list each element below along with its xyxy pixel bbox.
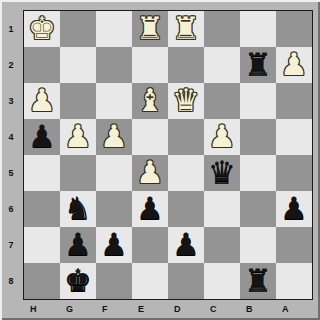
black-queen[interactable]: ♛ xyxy=(204,155,240,190)
white-rook[interactable]: ♜ xyxy=(168,11,204,46)
black-pawn[interactable]: ♟ xyxy=(96,227,132,262)
board-frame: ♚♜♜♜♟♟♝♛♟♟♟♟♟♛♞♟♟♟♟♟♚♜ 12345678 HGFEDCBA xyxy=(0,0,320,320)
square-f5[interactable] xyxy=(96,155,132,191)
square-d6[interactable] xyxy=(168,191,204,227)
square-e5[interactable]: ♟ xyxy=(132,155,168,191)
square-b6[interactable] xyxy=(240,191,276,227)
square-d3[interactable]: ♛ xyxy=(168,83,204,119)
black-pawn[interactable]: ♟ xyxy=(168,227,204,262)
rank-label-1: 1 xyxy=(2,11,20,47)
file-label-e: E xyxy=(132,302,168,316)
square-g1[interactable] xyxy=(60,11,96,47)
square-d8[interactable] xyxy=(168,263,204,299)
rank-label-6: 6 xyxy=(2,191,20,227)
square-d1[interactable]: ♜ xyxy=(168,11,204,47)
square-c5[interactable]: ♛ xyxy=(204,155,240,191)
square-d7[interactable]: ♟ xyxy=(168,227,204,263)
square-a7[interactable] xyxy=(276,227,312,263)
square-h6[interactable] xyxy=(24,191,60,227)
file-label-d: D xyxy=(168,302,204,316)
white-rook[interactable]: ♜ xyxy=(132,11,168,46)
square-g5[interactable] xyxy=(60,155,96,191)
square-e3[interactable]: ♝ xyxy=(132,83,168,119)
square-g7[interactable]: ♟ xyxy=(60,227,96,263)
square-a8[interactable] xyxy=(276,263,312,299)
file-label-g: G xyxy=(60,302,96,316)
square-f4[interactable]: ♟ xyxy=(96,119,132,155)
rank-label-3: 3 xyxy=(2,83,20,119)
rank-label-5: 5 xyxy=(2,155,20,191)
square-c8[interactable] xyxy=(204,263,240,299)
square-g6[interactable]: ♞ xyxy=(60,191,96,227)
rank-label-8: 8 xyxy=(2,263,20,299)
square-g3[interactable] xyxy=(60,83,96,119)
square-f2[interactable] xyxy=(96,47,132,83)
square-g8[interactable]: ♚ xyxy=(60,263,96,299)
black-pawn[interactable]: ♟ xyxy=(276,191,312,226)
white-bishop[interactable]: ♝ xyxy=(132,83,168,118)
square-d4[interactable] xyxy=(168,119,204,155)
white-queen[interactable]: ♛ xyxy=(168,83,204,118)
square-a2[interactable]: ♟ xyxy=(276,47,312,83)
black-pawn[interactable]: ♟ xyxy=(60,227,96,262)
black-knight[interactable]: ♞ xyxy=(60,191,96,226)
black-rook[interactable]: ♜ xyxy=(240,263,276,298)
square-e8[interactable] xyxy=(132,263,168,299)
square-a1[interactable] xyxy=(276,11,312,47)
square-e6[interactable]: ♟ xyxy=(132,191,168,227)
square-a5[interactable] xyxy=(276,155,312,191)
square-b3[interactable] xyxy=(240,83,276,119)
white-pawn[interactable]: ♟ xyxy=(132,155,168,190)
square-d5[interactable] xyxy=(168,155,204,191)
rank-label-7: 7 xyxy=(2,227,20,263)
square-h3[interactable]: ♟ xyxy=(24,83,60,119)
square-f6[interactable] xyxy=(96,191,132,227)
square-c2[interactable] xyxy=(204,47,240,83)
square-f1[interactable] xyxy=(96,11,132,47)
square-f7[interactable]: ♟ xyxy=(96,227,132,263)
file-label-a: A xyxy=(276,302,312,316)
white-pawn[interactable]: ♟ xyxy=(96,119,132,154)
square-b7[interactable] xyxy=(240,227,276,263)
square-a6[interactable]: ♟ xyxy=(276,191,312,227)
file-label-h: H xyxy=(24,302,60,316)
square-e2[interactable] xyxy=(132,47,168,83)
square-b1[interactable] xyxy=(240,11,276,47)
white-pawn[interactable]: ♟ xyxy=(204,119,240,154)
square-b8[interactable]: ♜ xyxy=(240,263,276,299)
square-h8[interactable] xyxy=(24,263,60,299)
rank-label-4: 4 xyxy=(2,119,20,155)
square-c1[interactable] xyxy=(204,11,240,47)
square-f3[interactable] xyxy=(96,83,132,119)
white-king[interactable]: ♚ xyxy=(24,11,60,46)
square-e7[interactable] xyxy=(132,227,168,263)
black-rook[interactable]: ♜ xyxy=(240,47,276,82)
file-label-f: F xyxy=(96,302,132,316)
file-label-b: B xyxy=(240,302,276,316)
square-f8[interactable] xyxy=(96,263,132,299)
black-king[interactable]: ♚ xyxy=(60,263,96,298)
square-g4[interactable]: ♟ xyxy=(60,119,96,155)
square-b5[interactable] xyxy=(240,155,276,191)
square-a4[interactable] xyxy=(276,119,312,155)
square-d2[interactable] xyxy=(168,47,204,83)
square-c6[interactable] xyxy=(204,191,240,227)
square-c3[interactable] xyxy=(204,83,240,119)
square-e1[interactable]: ♜ xyxy=(132,11,168,47)
white-pawn[interactable]: ♟ xyxy=(60,119,96,154)
square-b4[interactable] xyxy=(240,119,276,155)
square-b2[interactable]: ♜ xyxy=(240,47,276,83)
square-h5[interactable] xyxy=(24,155,60,191)
square-g2[interactable] xyxy=(60,47,96,83)
black-pawn[interactable]: ♟ xyxy=(132,191,168,226)
square-h1[interactable]: ♚ xyxy=(24,11,60,47)
square-h7[interactable] xyxy=(24,227,60,263)
black-pawn[interactable]: ♟ xyxy=(24,119,60,154)
square-h4[interactable]: ♟ xyxy=(24,119,60,155)
white-pawn[interactable]: ♟ xyxy=(276,47,312,82)
square-a3[interactable] xyxy=(276,83,312,119)
rank-label-2: 2 xyxy=(2,47,20,83)
chess-board: ♚♜♜♜♟♟♝♛♟♟♟♟♟♛♞♟♟♟♟♟♚♜ xyxy=(23,10,313,300)
square-c7[interactable] xyxy=(204,227,240,263)
file-label-c: C xyxy=(204,302,240,316)
white-pawn[interactable]: ♟ xyxy=(24,83,60,118)
square-c4[interactable]: ♟ xyxy=(204,119,240,155)
square-e4[interactable] xyxy=(132,119,168,155)
square-h2[interactable] xyxy=(24,47,60,83)
